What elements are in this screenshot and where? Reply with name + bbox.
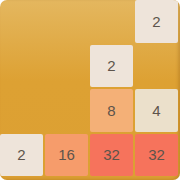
tile-16: 16	[45, 134, 88, 177]
board-2048[interactable]: 22842163232	[0, 0, 180, 180]
tile-2: 2	[0, 134, 43, 177]
board-cell-empty	[90, 0, 133, 43]
board-cell-empty	[0, 89, 43, 132]
board-cell-empty	[45, 45, 88, 88]
board-cell-empty	[135, 45, 178, 88]
board-cell-empty	[45, 89, 88, 132]
tile-8: 8	[90, 89, 133, 132]
board-cell-empty	[0, 45, 43, 88]
tile-32: 32	[90, 134, 133, 177]
tile-32: 32	[135, 134, 178, 177]
tile-2: 2	[90, 45, 133, 88]
board-cell-empty	[0, 0, 43, 43]
tile-4: 4	[135, 89, 178, 132]
game-screen: 22842163232	[0, 0, 180, 180]
tile-2: 2	[135, 0, 178, 43]
board-cell-empty	[45, 0, 88, 43]
